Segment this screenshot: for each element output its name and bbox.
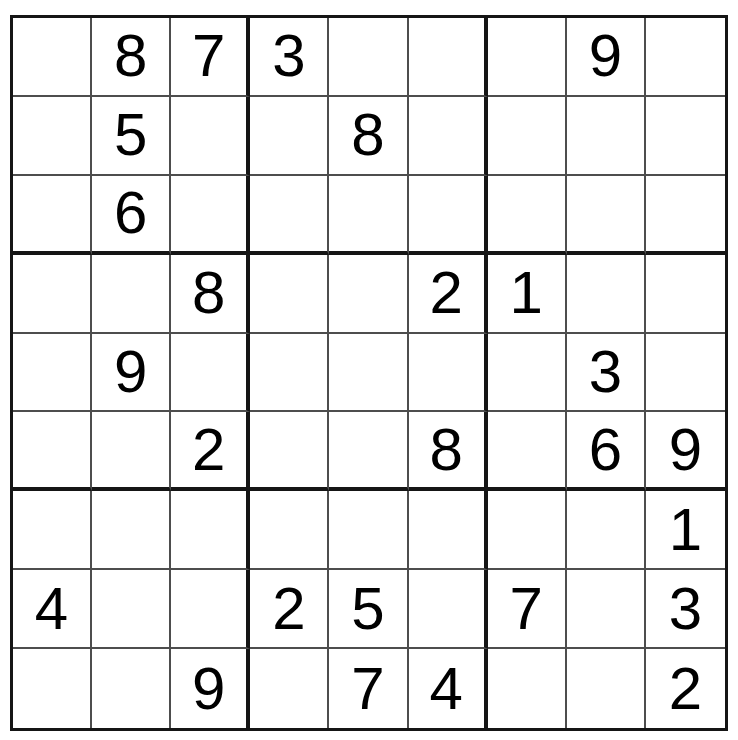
given-cell-r5c8[interactable]: 3 <box>567 334 646 413</box>
given-cell-r9c6[interactable]: 4 <box>409 649 488 728</box>
empty-cell-r7c5[interactable] <box>329 491 408 570</box>
empty-cell-r3c6[interactable] <box>409 176 488 255</box>
empty-cell-r5c1[interactable] <box>13 334 92 413</box>
empty-cell-r1c7[interactable] <box>488 18 567 97</box>
empty-cell-r4c4[interactable] <box>250 255 329 334</box>
given-cell-r7c9[interactable]: 1 <box>646 491 725 570</box>
given-cell-r8c5[interactable]: 5 <box>329 570 408 649</box>
given-cell-r8c4[interactable]: 2 <box>250 570 329 649</box>
empty-cell-r3c7[interactable] <box>488 176 567 255</box>
empty-cell-r4c2[interactable] <box>92 255 171 334</box>
given-cell-r6c9[interactable]: 9 <box>646 412 725 491</box>
empty-cell-r4c1[interactable] <box>13 255 92 334</box>
empty-cell-r5c9[interactable] <box>646 334 725 413</box>
empty-cell-r6c5[interactable] <box>329 412 408 491</box>
empty-cell-r3c5[interactable] <box>329 176 408 255</box>
empty-cell-r1c1[interactable] <box>13 18 92 97</box>
empty-cell-r1c5[interactable] <box>329 18 408 97</box>
empty-cell-r2c8[interactable] <box>567 97 646 176</box>
empty-cell-r6c2[interactable] <box>92 412 171 491</box>
empty-cell-r9c7[interactable] <box>488 649 567 728</box>
empty-cell-r4c5[interactable] <box>329 255 408 334</box>
sudoku-board: 87395868219328691425739742 <box>10 15 728 731</box>
given-cell-r8c7[interactable]: 7 <box>488 570 567 649</box>
given-cell-r4c6[interactable]: 2 <box>409 255 488 334</box>
given-cell-r8c1[interactable]: 4 <box>13 570 92 649</box>
given-cell-r5c2[interactable]: 9 <box>92 334 171 413</box>
empty-cell-r8c2[interactable] <box>92 570 171 649</box>
empty-cell-r8c8[interactable] <box>567 570 646 649</box>
empty-cell-r6c7[interactable] <box>488 412 567 491</box>
sudoku-page: 87395868219328691425739742 <box>0 0 738 740</box>
empty-cell-r5c7[interactable] <box>488 334 567 413</box>
given-cell-r9c5[interactable]: 7 <box>329 649 408 728</box>
empty-cell-r6c4[interactable] <box>250 412 329 491</box>
empty-cell-r2c1[interactable] <box>13 97 92 176</box>
empty-cell-r1c9[interactable] <box>646 18 725 97</box>
empty-cell-r3c9[interactable] <box>646 176 725 255</box>
empty-cell-r7c8[interactable] <box>567 491 646 570</box>
empty-cell-r5c3[interactable] <box>171 334 250 413</box>
empty-cell-r9c8[interactable] <box>567 649 646 728</box>
given-cell-r1c8[interactable]: 9 <box>567 18 646 97</box>
empty-cell-r5c5[interactable] <box>329 334 408 413</box>
empty-cell-r8c3[interactable] <box>171 570 250 649</box>
empty-cell-r5c6[interactable] <box>409 334 488 413</box>
empty-cell-r7c3[interactable] <box>171 491 250 570</box>
empty-cell-r1c6[interactable] <box>409 18 488 97</box>
empty-cell-r5c4[interactable] <box>250 334 329 413</box>
given-cell-r6c3[interactable]: 2 <box>171 412 250 491</box>
empty-cell-r4c8[interactable] <box>567 255 646 334</box>
empty-cell-r3c8[interactable] <box>567 176 646 255</box>
empty-cell-r2c4[interactable] <box>250 97 329 176</box>
empty-cell-r2c9[interactable] <box>646 97 725 176</box>
empty-cell-r9c4[interactable] <box>250 649 329 728</box>
empty-cell-r3c4[interactable] <box>250 176 329 255</box>
given-cell-r2c5[interactable]: 8 <box>329 97 408 176</box>
empty-cell-r3c1[interactable] <box>13 176 92 255</box>
given-cell-r4c3[interactable]: 8 <box>171 255 250 334</box>
empty-cell-r7c6[interactable] <box>409 491 488 570</box>
empty-cell-r3c3[interactable] <box>171 176 250 255</box>
given-cell-r6c6[interactable]: 8 <box>409 412 488 491</box>
empty-cell-r4c9[interactable] <box>646 255 725 334</box>
given-cell-r9c9[interactable]: 2 <box>646 649 725 728</box>
empty-cell-r7c4[interactable] <box>250 491 329 570</box>
empty-cell-r6c1[interactable] <box>13 412 92 491</box>
given-cell-r4c7[interactable]: 1 <box>488 255 567 334</box>
empty-cell-r9c2[interactable] <box>92 649 171 728</box>
given-cell-r1c4[interactable]: 3 <box>250 18 329 97</box>
empty-cell-r2c3[interactable] <box>171 97 250 176</box>
given-cell-r8c9[interactable]: 3 <box>646 570 725 649</box>
empty-cell-r7c1[interactable] <box>13 491 92 570</box>
empty-cell-r8c6[interactable] <box>409 570 488 649</box>
given-cell-r2c2[interactable]: 5 <box>92 97 171 176</box>
empty-cell-r2c7[interactable] <box>488 97 567 176</box>
empty-cell-r9c1[interactable] <box>13 649 92 728</box>
given-cell-r9c3[interactable]: 9 <box>171 649 250 728</box>
given-cell-r6c8[interactable]: 6 <box>567 412 646 491</box>
empty-cell-r7c7[interactable] <box>488 491 567 570</box>
empty-cell-r2c6[interactable] <box>409 97 488 176</box>
given-cell-r1c3[interactable]: 7 <box>171 18 250 97</box>
given-cell-r1c2[interactable]: 8 <box>92 18 171 97</box>
empty-cell-r7c2[interactable] <box>92 491 171 570</box>
given-cell-r3c2[interactable]: 6 <box>92 176 171 255</box>
